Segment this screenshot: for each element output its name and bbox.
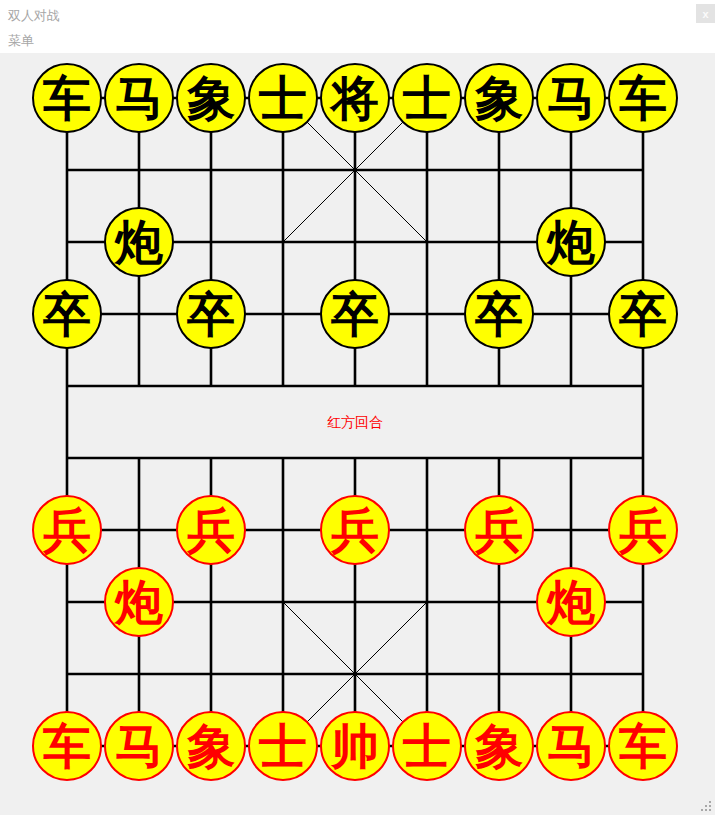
board-cell: 兵 xyxy=(319,494,391,566)
board-cell: 士 xyxy=(247,62,319,134)
piece-black-车[interactable]: 车 xyxy=(32,63,102,133)
board-cell: 炮 xyxy=(535,206,607,278)
piece-black-马[interactable]: 马 xyxy=(536,63,606,133)
window-title: 双人对战 xyxy=(8,7,60,25)
piece-red-马[interactable]: 马 xyxy=(104,711,174,781)
piece-red-兵[interactable]: 兵 xyxy=(464,495,534,565)
piece-black-将[interactable]: 将 xyxy=(320,63,390,133)
close-button[interactable]: x xyxy=(696,4,715,23)
resize-grip-icon[interactable] xyxy=(709,809,711,811)
piece-red-兵[interactable]: 兵 xyxy=(608,495,678,565)
board-cell: 兵 xyxy=(175,494,247,566)
piece-red-车[interactable]: 车 xyxy=(608,711,678,781)
piece-red-兵[interactable]: 兵 xyxy=(320,495,390,565)
menu-bar: 菜单 xyxy=(0,28,715,53)
piece-red-象[interactable]: 象 xyxy=(464,711,534,781)
board-cell: 车 xyxy=(31,710,103,782)
piece-black-卒[interactable]: 卒 xyxy=(464,279,534,349)
game-area: 车马象士将士象马车炮炮卒卒卒卒卒兵兵兵兵兵炮炮车马象士帅士象马车 红方回合 xyxy=(0,53,715,815)
piece-red-士[interactable]: 士 xyxy=(248,711,318,781)
board-cell: 将 xyxy=(319,62,391,134)
piece-red-兵[interactable]: 兵 xyxy=(32,495,102,565)
xiangqi-board: 车马象士将士象马车炮炮卒卒卒卒卒兵兵兵兵兵炮炮车马象士帅士象马车 红方回合 xyxy=(31,62,679,782)
board-cell: 马 xyxy=(535,710,607,782)
board-cell: 卒 xyxy=(31,278,103,350)
board-cell: 炮 xyxy=(535,566,607,638)
board-cell: 炮 xyxy=(103,566,175,638)
board-cell: 士 xyxy=(247,710,319,782)
board-cell: 象 xyxy=(463,62,535,134)
board-cell: 象 xyxy=(463,710,535,782)
board-cell: 兵 xyxy=(31,494,103,566)
piece-red-马[interactable]: 马 xyxy=(536,711,606,781)
piece-black-士[interactable]: 士 xyxy=(392,63,462,133)
board-cell: 马 xyxy=(535,62,607,134)
piece-black-象[interactable]: 象 xyxy=(176,63,246,133)
board-cell: 象 xyxy=(175,710,247,782)
piece-black-车[interactable]: 车 xyxy=(608,63,678,133)
title-bar: 双人对战 x xyxy=(0,0,715,28)
piece-black-卒[interactable]: 卒 xyxy=(608,279,678,349)
piece-black-炮[interactable]: 炮 xyxy=(536,207,606,277)
board-cell: 兵 xyxy=(463,494,535,566)
piece-black-马[interactable]: 马 xyxy=(104,63,174,133)
piece-red-兵[interactable]: 兵 xyxy=(176,495,246,565)
board-cell: 卒 xyxy=(607,278,679,350)
board-cell: 士 xyxy=(391,710,463,782)
board-cell: 帅 xyxy=(319,710,391,782)
piece-red-炮[interactable]: 炮 xyxy=(536,567,606,637)
board-cell: 车 xyxy=(607,62,679,134)
piece-black-卒[interactable]: 卒 xyxy=(32,279,102,349)
board-cell: 象 xyxy=(175,62,247,134)
turn-status-label: 红方回合 xyxy=(31,414,679,430)
board-cell: 车 xyxy=(31,62,103,134)
board-cell: 车 xyxy=(607,710,679,782)
piece-red-炮[interactable]: 炮 xyxy=(104,567,174,637)
piece-black-卒[interactable]: 卒 xyxy=(176,279,246,349)
board-cell: 马 xyxy=(103,710,175,782)
piece-red-车[interactable]: 车 xyxy=(32,711,102,781)
board-cell: 卒 xyxy=(319,278,391,350)
piece-red-象[interactable]: 象 xyxy=(176,711,246,781)
board-cell: 卒 xyxy=(175,278,247,350)
menu-item-menu[interactable]: 菜单 xyxy=(8,32,34,50)
board-cell: 士 xyxy=(391,62,463,134)
board-cell: 马 xyxy=(103,62,175,134)
board-cell: 卒 xyxy=(463,278,535,350)
board-cell: 炮 xyxy=(103,206,175,278)
piece-black-卒[interactable]: 卒 xyxy=(320,279,390,349)
piece-red-帅[interactable]: 帅 xyxy=(320,711,390,781)
piece-black-士[interactable]: 士 xyxy=(248,63,318,133)
piece-red-士[interactable]: 士 xyxy=(392,711,462,781)
board-cell: 兵 xyxy=(607,494,679,566)
piece-black-象[interactable]: 象 xyxy=(464,63,534,133)
piece-black-炮[interactable]: 炮 xyxy=(104,207,174,277)
